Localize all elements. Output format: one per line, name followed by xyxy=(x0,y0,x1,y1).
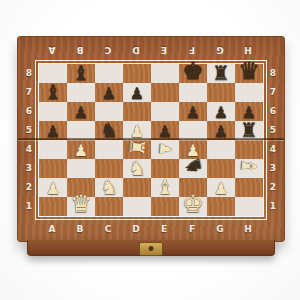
square-f4: ♟ xyxy=(179,140,207,159)
file-label-top-d: D xyxy=(122,43,150,55)
square-f5 xyxy=(179,121,207,140)
square-c5: ♞ xyxy=(95,121,123,140)
clasp-pin xyxy=(149,246,154,251)
square-h5: ♜ xyxy=(235,121,263,140)
white-pawn: ♟ xyxy=(74,143,88,159)
white-pawn: ♟ xyxy=(214,181,228,197)
square-g2: ♟ xyxy=(207,178,235,197)
rank-label-right-1: 1 xyxy=(267,201,279,211)
square-b6: ♟ xyxy=(67,102,95,121)
square-c4 xyxy=(95,140,123,159)
square-f8: ♚ xyxy=(179,64,207,83)
white-pawn: ♟ xyxy=(186,143,200,159)
file-labels-top: ABCDEFGH xyxy=(38,43,262,55)
rank-label-left-8: 8 xyxy=(23,68,35,78)
square-h1 xyxy=(235,197,263,216)
file-label-bottom-c: C xyxy=(94,224,122,236)
file-label-bottom-a: A xyxy=(38,224,66,236)
white-rook-fallen: ♜ xyxy=(126,137,147,157)
white-pawn: ♟ xyxy=(130,124,144,140)
square-f2 xyxy=(179,178,207,197)
square-h3: ♝ xyxy=(235,159,263,178)
rank-label-right-5: 5 xyxy=(267,125,279,135)
rank-label-left-2: 2 xyxy=(23,182,35,192)
square-e2: ♝ xyxy=(151,178,179,197)
rank-label-right-8: 8 xyxy=(267,68,279,78)
square-a8 xyxy=(39,64,67,83)
square-b4: ♟ xyxy=(67,140,95,159)
rank-label-left-4: 4 xyxy=(23,144,35,154)
square-d1 xyxy=(123,197,151,216)
square-d4: ♜ xyxy=(123,140,151,159)
square-e3 xyxy=(151,159,179,178)
rank-label-left-7: 7 xyxy=(23,87,35,97)
square-a7: ♝ xyxy=(39,83,67,102)
black-pawn: ♟ xyxy=(46,124,60,140)
square-h7 xyxy=(235,83,263,102)
brass-clasp xyxy=(139,242,163,256)
file-label-top-h: H xyxy=(234,43,262,55)
square-e7 xyxy=(151,83,179,102)
file-label-top-e: E xyxy=(150,43,178,55)
square-g5: ♟ xyxy=(207,121,235,140)
square-h2 xyxy=(235,178,263,197)
square-e1 xyxy=(151,197,179,216)
black-rook: ♜ xyxy=(240,120,258,140)
square-e4: ♟ xyxy=(151,140,179,159)
square-b2 xyxy=(67,178,95,197)
black-pawn: ♟ xyxy=(74,105,88,121)
file-label-bottom-g: G xyxy=(206,224,234,236)
chess-box: ABCDEFGH ABCDEFGH 87654321 87654321 ♝♚♜♛… xyxy=(17,36,285,242)
black-pawn: ♟ xyxy=(214,105,228,121)
rank-label-left-1: 1 xyxy=(23,201,35,211)
square-a1 xyxy=(39,197,67,216)
black-queen: ♛ xyxy=(238,59,260,83)
black-knight-fallen: ♞ xyxy=(182,155,205,176)
rank-labels-right: 87654321 xyxy=(267,63,279,215)
black-king: ♚ xyxy=(182,59,204,83)
square-f3: ♞ xyxy=(179,159,207,178)
square-b8: ♝ xyxy=(67,64,95,83)
square-h8: ♛ xyxy=(235,64,263,83)
black-bishop: ♝ xyxy=(72,63,90,83)
white-pawn: ♟ xyxy=(46,181,60,197)
rank-labels-left: 87654321 xyxy=(23,63,35,215)
box-front-edge xyxy=(27,240,275,256)
square-d8 xyxy=(123,64,151,83)
chess-board: ♝♚♜♛♝♟♟♟♟♟♟♟♞♟♟♟♜♟♜♟♟♞♞♝♟♞♝♟♛♚ xyxy=(38,63,264,217)
square-h4 xyxy=(235,140,263,159)
square-h6: ♟ xyxy=(235,102,263,121)
black-bishop: ♝ xyxy=(44,82,62,102)
rank-label-right-2: 2 xyxy=(267,182,279,192)
black-rook: ♜ xyxy=(212,63,230,83)
square-b7 xyxy=(67,83,95,102)
square-a6 xyxy=(39,102,67,121)
rank-label-left-5: 5 xyxy=(23,125,35,135)
square-d6 xyxy=(123,102,151,121)
white-bishop: ♝ xyxy=(156,177,174,197)
file-label-top-b: B xyxy=(66,43,94,55)
black-pawn: ♟ xyxy=(214,124,228,140)
square-d5: ♟ xyxy=(123,121,151,140)
black-pawn: ♟ xyxy=(158,124,172,140)
file-label-top-c: C xyxy=(94,43,122,55)
rank-label-right-3: 3 xyxy=(267,163,279,173)
square-c8 xyxy=(95,64,123,83)
black-pawn: ♟ xyxy=(102,86,116,102)
file-label-bottom-d: D xyxy=(122,224,150,236)
file-label-bottom-h: H xyxy=(234,224,262,236)
file-label-bottom-b: B xyxy=(66,224,94,236)
square-b5 xyxy=(67,121,95,140)
square-c7: ♟ xyxy=(95,83,123,102)
file-label-top-g: G xyxy=(206,43,234,55)
file-label-top-f: F xyxy=(178,43,206,55)
file-label-bottom-e: E xyxy=(150,224,178,236)
square-e6 xyxy=(151,102,179,121)
square-g6: ♟ xyxy=(207,102,235,121)
rank-label-right-4: 4 xyxy=(267,144,279,154)
black-pawn: ♟ xyxy=(242,105,256,121)
rank-label-left-6: 6 xyxy=(23,106,35,116)
square-g3 xyxy=(207,159,235,178)
square-b1: ♛ xyxy=(67,197,95,216)
square-f7 xyxy=(179,83,207,102)
square-e8 xyxy=(151,64,179,83)
file-labels-bottom: ABCDEFGH xyxy=(38,224,262,236)
square-a2: ♟ xyxy=(39,178,67,197)
rank-label-left-3: 3 xyxy=(23,163,35,173)
square-g8: ♜ xyxy=(207,64,235,83)
file-label-bottom-f: F xyxy=(178,224,206,236)
square-a3 xyxy=(39,159,67,178)
black-knight: ♞ xyxy=(100,120,118,140)
white-bishop-fallen: ♝ xyxy=(238,156,259,176)
black-pawn: ♟ xyxy=(186,105,200,121)
square-d3: ♞ xyxy=(123,159,151,178)
square-c2: ♞ xyxy=(95,178,123,197)
square-g7 xyxy=(207,83,235,102)
white-knight: ♞ xyxy=(100,177,118,197)
square-e5: ♟ xyxy=(151,121,179,140)
square-d7: ♟ xyxy=(123,83,151,102)
rank-label-right-7: 7 xyxy=(267,87,279,97)
file-label-top-a: A xyxy=(38,43,66,55)
white-pawn-fallen: ♟ xyxy=(156,141,173,157)
square-d2 xyxy=(123,178,151,197)
square-f6: ♟ xyxy=(179,102,207,121)
square-g4 xyxy=(207,140,235,159)
square-a5: ♟ xyxy=(39,121,67,140)
black-pawn: ♟ xyxy=(130,86,144,102)
square-g1 xyxy=(207,197,235,216)
square-b3 xyxy=(67,159,95,178)
square-a4 xyxy=(39,140,67,159)
white-knight: ♞ xyxy=(128,158,146,178)
square-c1 xyxy=(95,197,123,216)
square-c3 xyxy=(95,159,123,178)
rank-label-right-6: 6 xyxy=(267,106,279,116)
square-c6 xyxy=(95,102,123,121)
square-f1: ♚ xyxy=(179,197,207,216)
